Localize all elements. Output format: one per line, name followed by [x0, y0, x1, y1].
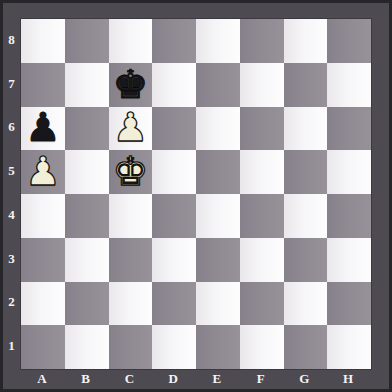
square-c3[interactable] — [109, 238, 153, 282]
file-label-d: D — [151, 370, 195, 388]
square-h5[interactable] — [327, 150, 371, 194]
square-a6[interactable]: ♟ — [21, 107, 65, 151]
chess-board: ♚♟♟♟♚ — [20, 18, 372, 370]
square-h6[interactable] — [327, 107, 371, 151]
square-f8[interactable] — [240, 19, 284, 63]
square-f6[interactable] — [240, 107, 284, 151]
square-b8[interactable] — [65, 19, 109, 63]
square-h7[interactable] — [327, 63, 371, 107]
square-c7[interactable]: ♚ — [109, 63, 153, 107]
rank-label-6: 6 — [3, 106, 20, 150]
square-e4[interactable] — [196, 194, 240, 238]
file-label-b: B — [64, 370, 108, 388]
square-e8[interactable] — [196, 19, 240, 63]
square-h4[interactable] — [327, 194, 371, 238]
square-b4[interactable] — [65, 194, 109, 238]
square-g1[interactable] — [284, 325, 328, 369]
rank-label-2: 2 — [3, 281, 20, 325]
square-e5[interactable] — [196, 150, 240, 194]
black-king[interactable]: ♚ — [112, 64, 148, 104]
rank-label-7: 7 — [3, 62, 20, 106]
file-label-g: G — [283, 370, 327, 388]
rank-label-1: 1 — [3, 324, 20, 368]
file-label-a: A — [20, 370, 64, 388]
square-c5[interactable]: ♚ — [109, 150, 153, 194]
white-pawn[interactable]: ♟ — [25, 151, 61, 191]
square-b3[interactable] — [65, 238, 109, 282]
square-f3[interactable] — [240, 238, 284, 282]
square-c4[interactable] — [109, 194, 153, 238]
square-c1[interactable] — [109, 325, 153, 369]
file-label-c: C — [108, 370, 152, 388]
white-king[interactable]: ♚ — [112, 151, 148, 191]
square-e6[interactable] — [196, 107, 240, 151]
square-g8[interactable] — [284, 19, 328, 63]
square-h3[interactable] — [327, 238, 371, 282]
white-pawn[interactable]: ♟ — [112, 107, 148, 147]
square-g4[interactable] — [284, 194, 328, 238]
square-e7[interactable] — [196, 63, 240, 107]
square-f4[interactable] — [240, 194, 284, 238]
file-label-f: F — [239, 370, 283, 388]
square-d6[interactable] — [152, 107, 196, 151]
square-h1[interactable] — [327, 325, 371, 369]
square-f1[interactable] — [240, 325, 284, 369]
square-g2[interactable] — [284, 282, 328, 326]
black-pawn[interactable]: ♟ — [25, 107, 61, 147]
rank-label-4: 4 — [3, 193, 20, 237]
square-f7[interactable] — [240, 63, 284, 107]
square-f5[interactable] — [240, 150, 284, 194]
rank-label-8: 8 — [3, 18, 20, 62]
square-a8[interactable] — [21, 19, 65, 63]
square-g7[interactable] — [284, 63, 328, 107]
square-g5[interactable] — [284, 150, 328, 194]
square-c6[interactable]: ♟ — [109, 107, 153, 151]
chess-board-window: ♚♟♟♟♚ 87654321ABCDEFGH — [0, 0, 392, 392]
rank-label-5: 5 — [3, 149, 20, 193]
square-b1[interactable] — [65, 325, 109, 369]
square-b7[interactable] — [65, 63, 109, 107]
square-d7[interactable] — [152, 63, 196, 107]
square-g3[interactable] — [284, 238, 328, 282]
square-a3[interactable] — [21, 238, 65, 282]
square-d1[interactable] — [152, 325, 196, 369]
square-a1[interactable] — [21, 325, 65, 369]
square-d5[interactable] — [152, 150, 196, 194]
square-b2[interactable] — [65, 282, 109, 326]
square-h8[interactable] — [327, 19, 371, 63]
square-d8[interactable] — [152, 19, 196, 63]
square-e3[interactable] — [196, 238, 240, 282]
square-g6[interactable] — [284, 107, 328, 151]
square-e1[interactable] — [196, 325, 240, 369]
square-b6[interactable] — [65, 107, 109, 151]
square-c8[interactable] — [109, 19, 153, 63]
square-a4[interactable] — [21, 194, 65, 238]
square-d4[interactable] — [152, 194, 196, 238]
square-d3[interactable] — [152, 238, 196, 282]
square-a7[interactable] — [21, 63, 65, 107]
square-c2[interactable] — [109, 282, 153, 326]
file-label-e: E — [195, 370, 239, 388]
rank-label-3: 3 — [3, 237, 20, 281]
square-e2[interactable] — [196, 282, 240, 326]
square-h2[interactable] — [327, 282, 371, 326]
square-a5[interactable]: ♟ — [21, 150, 65, 194]
square-a2[interactable] — [21, 282, 65, 326]
square-d2[interactable] — [152, 282, 196, 326]
file-label-h: H — [326, 370, 370, 388]
square-f2[interactable] — [240, 282, 284, 326]
square-b5[interactable] — [65, 150, 109, 194]
